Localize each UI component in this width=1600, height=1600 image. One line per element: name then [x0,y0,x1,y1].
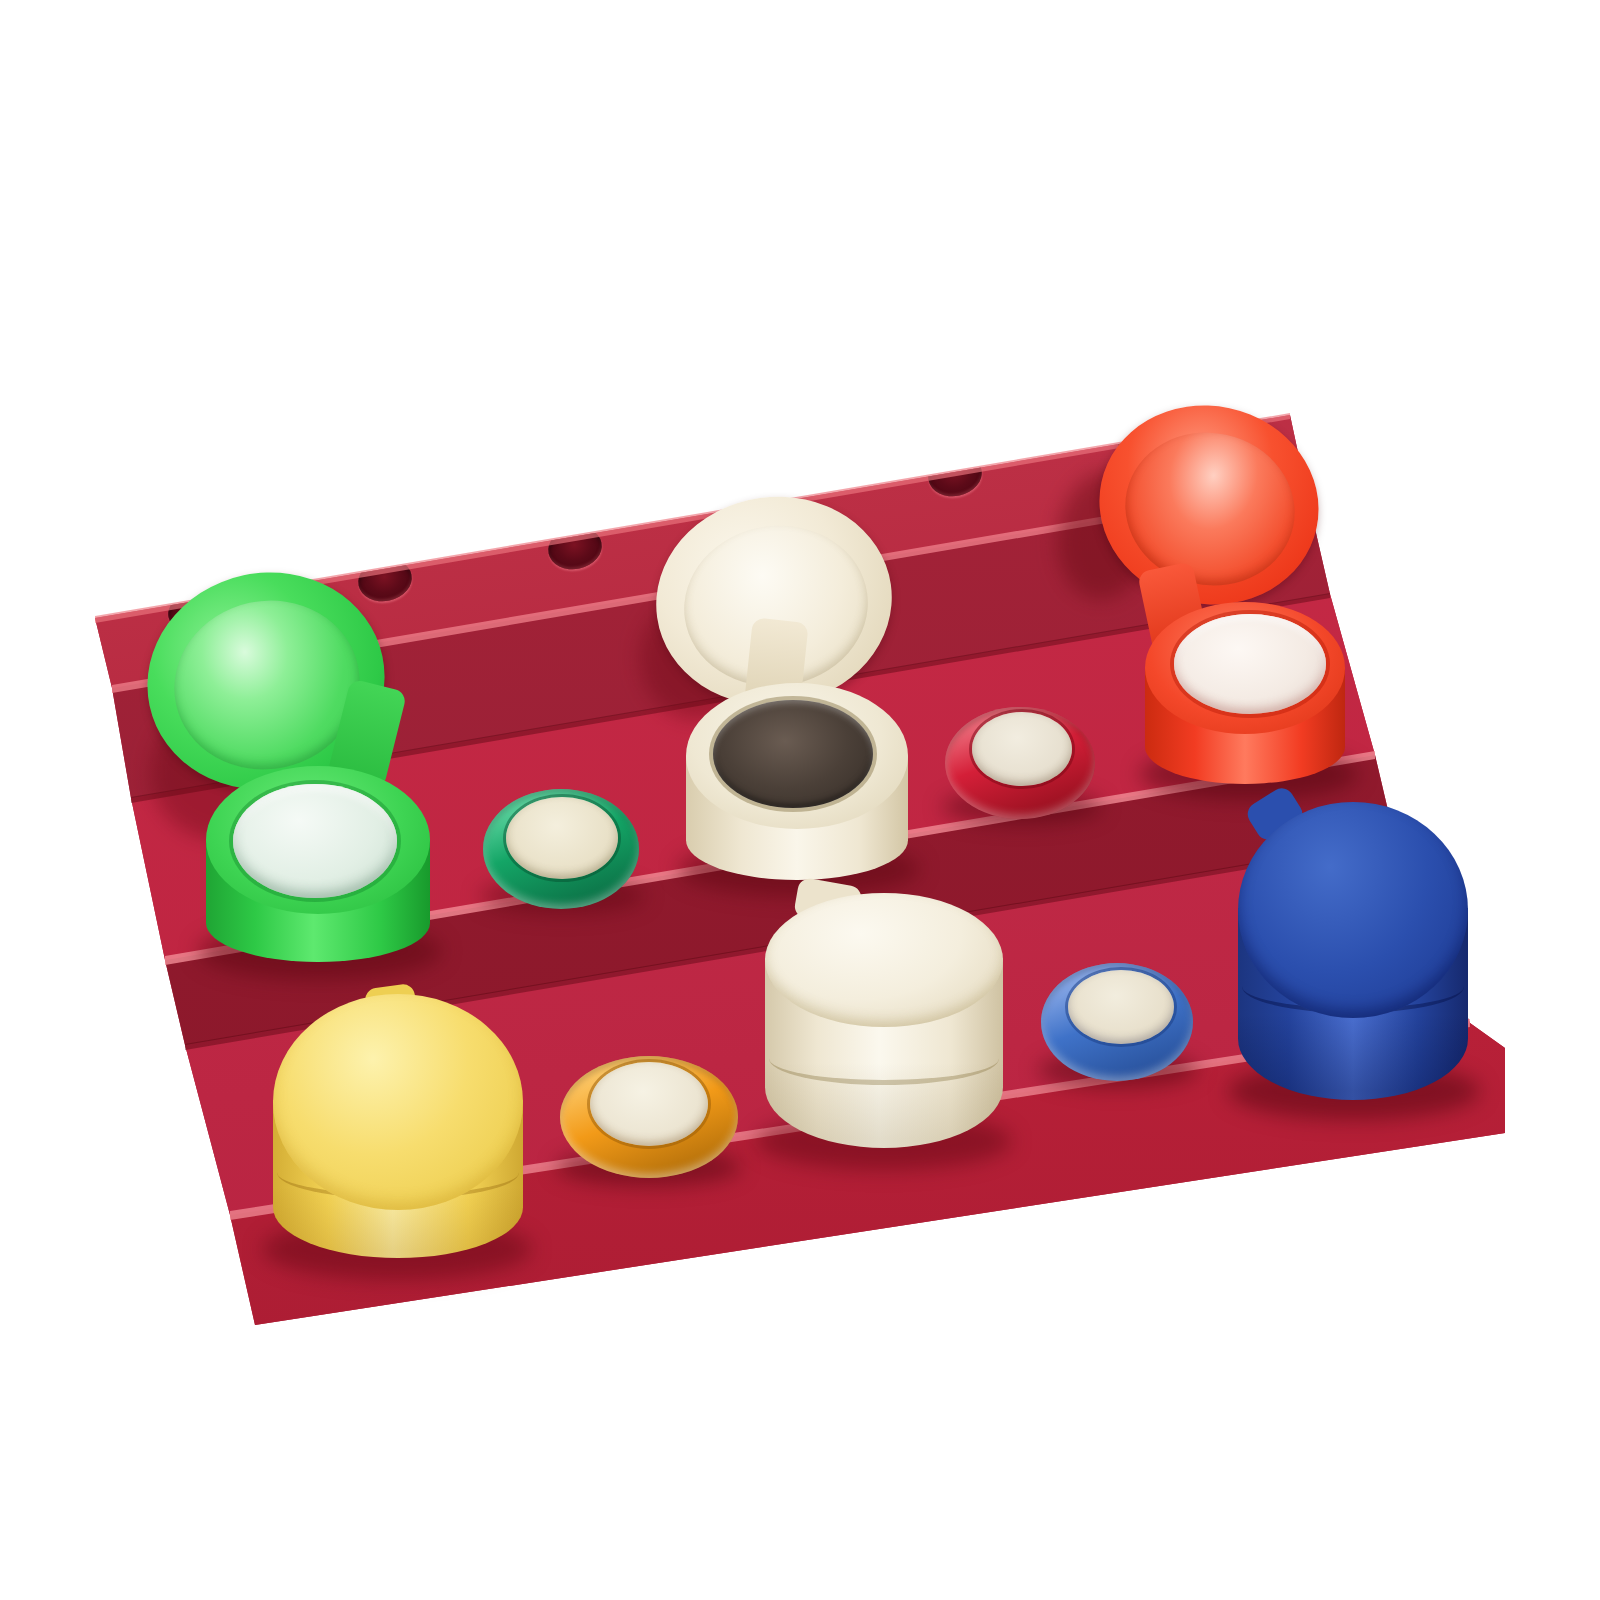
yellow-cup-lid-top [273,994,523,1210]
product-photo [0,0,1600,1600]
green-ring-felt-pad [506,797,618,879]
cream-cup-lid-seam [769,1032,999,1085]
green-cup-ceramic-well [233,784,397,898]
orange-ring-felt-pad [590,1062,708,1146]
peg-hole-3 [544,522,606,574]
cream-cup-lid-top [765,893,1003,1027]
peg-hole-2 [354,554,416,606]
red-cup-ceramic-well [1174,614,1326,714]
blue-ring-felt-pad [1068,970,1174,1044]
cream-cup-oil-well [713,700,873,808]
blue-cup-lid-top [1238,802,1468,1018]
red-ring-felt-pad [972,712,1072,786]
